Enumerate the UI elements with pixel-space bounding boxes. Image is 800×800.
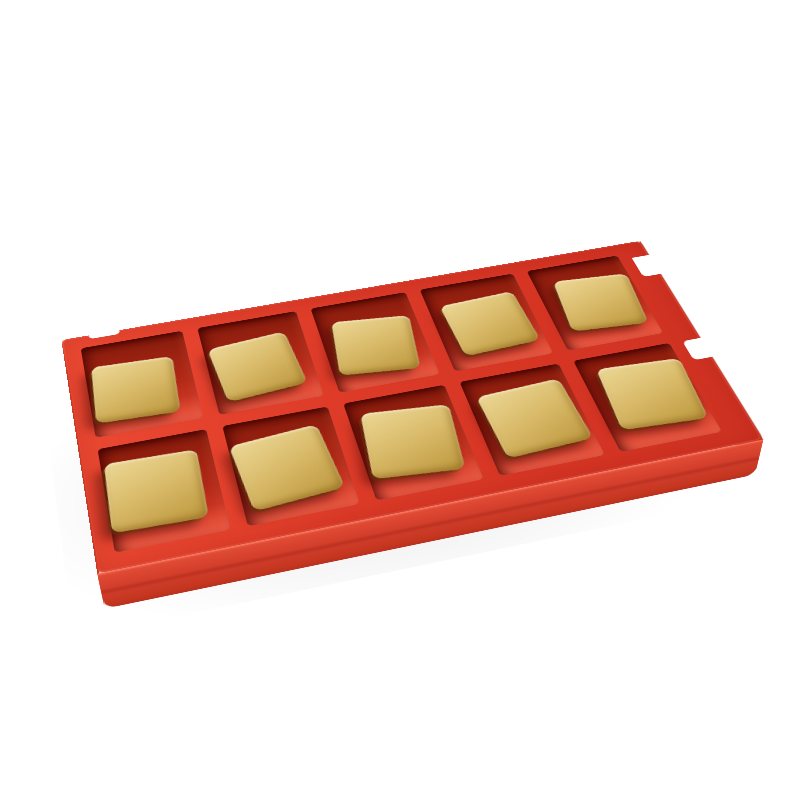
carbide-insert-r1c3 xyxy=(331,315,420,375)
compartment-r2c5 xyxy=(573,343,722,452)
product-photo xyxy=(0,0,800,800)
compartment-r2c3 xyxy=(343,385,484,501)
compartment-r1c2 xyxy=(197,311,323,415)
compartment-r1c1 xyxy=(81,331,203,438)
compartment-r2c2 xyxy=(222,407,359,527)
carbide-insert-r2c2 xyxy=(229,424,345,511)
carbide-insert-r1c4 xyxy=(439,291,540,356)
carbide-insert-r1c2 xyxy=(208,331,308,401)
carbide-insert-r1c5 xyxy=(553,273,648,331)
carbide-insert-r2c4 xyxy=(476,378,593,458)
carbide-insert-r1c1 xyxy=(92,356,181,423)
insert-tray xyxy=(61,241,763,574)
compartment-r1c3 xyxy=(310,292,440,393)
carbide-insert-r2c5 xyxy=(596,358,708,430)
compartment-r1c4 xyxy=(420,274,553,372)
carbide-insert-r2c1 xyxy=(104,449,209,533)
compartment-r2c1 xyxy=(98,429,231,553)
carbide-insert-r2c3 xyxy=(360,404,465,479)
